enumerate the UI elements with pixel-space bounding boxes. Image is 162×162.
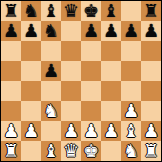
square-d4[interactable]: [61, 81, 81, 101]
square-g1[interactable]: ♞: [121, 141, 141, 161]
chess-board: ♜♞♝♛♚♝♜♟♟♞♟♟♟♟♟♞♟♟♟♟♟♟♝♟♜♝♛♚♞♜: [0, 0, 162, 162]
square-e2[interactable]: ♟: [81, 121, 101, 141]
square-f2[interactable]: ♟: [101, 121, 121, 141]
square-e1[interactable]: ♚: [81, 141, 101, 161]
square-h1[interactable]: ♜: [141, 141, 161, 161]
square-f1[interactable]: [101, 141, 121, 161]
square-d7[interactable]: [61, 21, 81, 41]
square-h7[interactable]: ♟: [141, 21, 161, 41]
square-d3[interactable]: [61, 101, 81, 121]
black-pawn-icon: ♟: [83, 21, 99, 41]
square-a4[interactable]: [1, 81, 21, 101]
white-pawn-icon: ♟: [83, 121, 99, 141]
square-g2[interactable]: ♝: [121, 121, 141, 141]
square-a8[interactable]: ♜: [1, 1, 21, 21]
square-c6[interactable]: [41, 41, 61, 61]
square-g3[interactable]: ♟: [121, 101, 141, 121]
square-a1[interactable]: ♜: [1, 141, 21, 161]
square-h4[interactable]: [141, 81, 161, 101]
square-c1[interactable]: ♝: [41, 141, 61, 161]
black-pawn-icon: ♟: [143, 21, 159, 41]
white-bishop-icon: ♝: [123, 121, 139, 141]
square-f6[interactable]: [101, 41, 121, 61]
square-g5[interactable]: [121, 61, 141, 81]
square-d2[interactable]: ♟: [61, 121, 81, 141]
white-knight-icon: ♞: [123, 141, 139, 161]
square-h5[interactable]: [141, 61, 161, 81]
black-knight-icon: ♞: [43, 21, 59, 41]
square-f7[interactable]: ♟: [101, 21, 121, 41]
square-e6[interactable]: [81, 41, 101, 61]
square-d8[interactable]: ♛: [61, 1, 81, 21]
square-g6[interactable]: [121, 41, 141, 61]
square-e4[interactable]: [81, 81, 101, 101]
white-pawn-icon: ♟: [3, 121, 19, 141]
square-g8[interactable]: [121, 1, 141, 21]
square-b5[interactable]: [21, 61, 41, 81]
square-a6[interactable]: [1, 41, 21, 61]
square-b2[interactable]: ♟: [21, 121, 41, 141]
square-f8[interactable]: ♝: [101, 1, 121, 21]
black-pawn-icon: ♟: [23, 21, 39, 41]
black-bishop-icon: ♝: [43, 1, 59, 21]
square-b1[interactable]: [21, 141, 41, 161]
square-d6[interactable]: [61, 41, 81, 61]
square-d1[interactable]: ♛: [61, 141, 81, 161]
square-f4[interactable]: [101, 81, 121, 101]
black-knight-icon: ♞: [23, 1, 39, 21]
square-h6[interactable]: [141, 41, 161, 61]
square-a3[interactable]: [1, 101, 21, 121]
square-b3[interactable]: [21, 101, 41, 121]
black-rook-icon: ♜: [3, 1, 19, 21]
white-queen-icon: ♛: [63, 141, 79, 161]
square-e8[interactable]: ♚: [81, 1, 101, 21]
white-king-icon: ♚: [83, 141, 99, 161]
white-pawn-icon: ♟: [143, 121, 159, 141]
square-d5[interactable]: [61, 61, 81, 81]
black-pawn-icon: ♟: [103, 21, 119, 41]
square-e7[interactable]: ♟: [81, 21, 101, 41]
black-bishop-icon: ♝: [103, 1, 119, 21]
black-king-icon: ♚: [83, 1, 99, 21]
square-c5[interactable]: ♟: [41, 61, 61, 81]
square-f5[interactable]: [101, 61, 121, 81]
black-pawn-icon: ♟: [43, 61, 59, 81]
square-e3[interactable]: [81, 101, 101, 121]
square-b4[interactable]: [21, 81, 41, 101]
white-pawn-icon: ♟: [123, 101, 139, 121]
white-pawn-icon: ♟: [63, 121, 79, 141]
square-h3[interactable]: [141, 101, 161, 121]
square-b8[interactable]: ♞: [21, 1, 41, 21]
square-e5[interactable]: [81, 61, 101, 81]
white-knight-icon: ♞: [43, 101, 59, 121]
square-c7[interactable]: ♞: [41, 21, 61, 41]
square-f3[interactable]: [101, 101, 121, 121]
square-g4[interactable]: [121, 81, 141, 101]
square-a2[interactable]: ♟: [1, 121, 21, 141]
square-a5[interactable]: [1, 61, 21, 81]
square-c4[interactable]: [41, 81, 61, 101]
white-pawn-icon: ♟: [23, 121, 39, 141]
square-c8[interactable]: ♝: [41, 1, 61, 21]
black-pawn-icon: ♟: [123, 21, 139, 41]
black-rook-icon: ♜: [143, 1, 159, 21]
white-bishop-icon: ♝: [43, 141, 59, 161]
square-b6[interactable]: [21, 41, 41, 61]
white-rook-icon: ♜: [3, 141, 19, 161]
square-g7[interactable]: ♟: [121, 21, 141, 41]
square-b7[interactable]: ♟: [21, 21, 41, 41]
square-h2[interactable]: ♟: [141, 121, 161, 141]
square-c3[interactable]: ♞: [41, 101, 61, 121]
white-rook-icon: ♜: [143, 141, 159, 161]
white-pawn-icon: ♟: [103, 121, 119, 141]
square-c2[interactable]: [41, 121, 61, 141]
black-queen-icon: ♛: [63, 1, 79, 21]
square-h8[interactable]: ♜: [141, 1, 161, 21]
square-a7[interactable]: ♟: [1, 21, 21, 41]
black-pawn-icon: ♟: [3, 21, 19, 41]
